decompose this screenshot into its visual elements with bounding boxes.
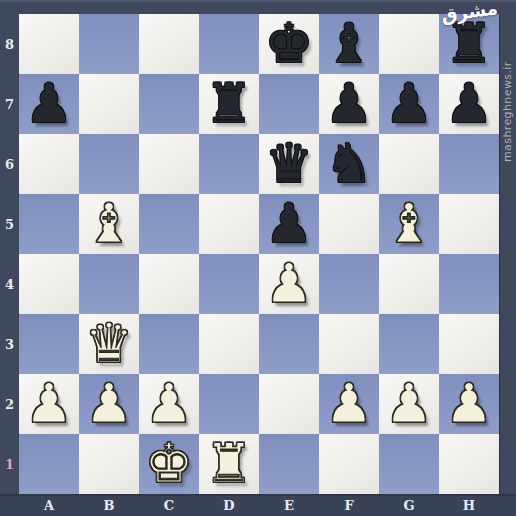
square-a2[interactable]: ♟ — [19, 374, 79, 434]
white-pawn-e4[interactable]: ♟ — [259, 254, 319, 314]
square-c8[interactable] — [139, 14, 199, 74]
square-f5[interactable] — [319, 194, 379, 254]
black-king-e8[interactable]: ♚ — [259, 14, 319, 74]
black-queen-e6[interactable]: ♛ — [259, 134, 319, 194]
square-h3[interactable] — [439, 314, 499, 374]
square-c5[interactable] — [139, 194, 199, 254]
rank-label-8: 8 — [0, 14, 19, 74]
square-f4[interactable] — [319, 254, 379, 314]
square-e6[interactable]: ♛ — [259, 134, 319, 194]
square-b2[interactable]: ♟ — [79, 374, 139, 434]
file-label-f: F — [319, 494, 379, 516]
square-d5[interactable] — [199, 194, 259, 254]
square-e3[interactable] — [259, 314, 319, 374]
white-pawn-b2[interactable]: ♟ — [79, 374, 139, 434]
rank-label-5: 5 — [0, 194, 19, 254]
square-a1[interactable] — [19, 434, 79, 494]
file-label-e: E — [259, 494, 319, 516]
white-bishop-g5[interactable]: ♝ — [379, 194, 439, 254]
square-h6[interactable] — [439, 134, 499, 194]
square-c4[interactable] — [139, 254, 199, 314]
square-d6[interactable] — [199, 134, 259, 194]
square-b5[interactable]: ♝ — [79, 194, 139, 254]
rank-label-1: 1 — [0, 434, 19, 494]
square-a8[interactable] — [19, 14, 79, 74]
white-pawn-f2[interactable]: ♟ — [319, 374, 379, 434]
square-e2[interactable] — [259, 374, 319, 434]
square-e7[interactable] — [259, 74, 319, 134]
white-king-c1[interactable]: ♚ — [139, 434, 199, 494]
square-d4[interactable] — [199, 254, 259, 314]
white-pawn-c2[interactable]: ♟ — [139, 374, 199, 434]
rank-label-4: 4 — [0, 254, 19, 314]
square-g2[interactable]: ♟ — [379, 374, 439, 434]
black-pawn-g7[interactable]: ♟ — [379, 74, 439, 134]
square-c2[interactable]: ♟ — [139, 374, 199, 434]
square-a6[interactable] — [19, 134, 79, 194]
rank-label-2: 2 — [0, 374, 19, 434]
square-g4[interactable] — [379, 254, 439, 314]
square-h2[interactable]: ♟ — [439, 374, 499, 434]
square-e5[interactable]: ♟ — [259, 194, 319, 254]
file-label-g: G — [379, 494, 439, 516]
square-h7[interactable]: ♟ — [439, 74, 499, 134]
square-g3[interactable] — [379, 314, 439, 374]
black-pawn-f7[interactable]: ♟ — [319, 74, 379, 134]
chess-board: ♚♝♜♟♜♟♟♟♛♞♝♟♝♟♛♟♟♟♟♟♟♚♜ — [19, 14, 500, 495]
square-b8[interactable] — [79, 14, 139, 74]
white-queen-b3[interactable]: ♛ — [79, 314, 139, 374]
square-g7[interactable]: ♟ — [379, 74, 439, 134]
square-e4[interactable]: ♟ — [259, 254, 319, 314]
black-knight-f6[interactable]: ♞ — [319, 134, 379, 194]
square-g1[interactable] — [379, 434, 439, 494]
square-b1[interactable] — [79, 434, 139, 494]
square-f7[interactable]: ♟ — [319, 74, 379, 134]
black-pawn-e5[interactable]: ♟ — [259, 194, 319, 254]
square-c3[interactable] — [139, 314, 199, 374]
square-a5[interactable] — [19, 194, 79, 254]
chessboard-frame: مشرق mashreghnews.ir ♚♝♜♟♜♟♟♟♛♞♝♟♝♟♛♟♟♟♟… — [0, 0, 516, 516]
square-d8[interactable] — [199, 14, 259, 74]
square-e1[interactable] — [259, 434, 319, 494]
black-pawn-h7[interactable]: ♟ — [439, 74, 499, 134]
black-bishop-f8[interactable]: ♝ — [319, 14, 379, 74]
square-a7[interactable]: ♟ — [19, 74, 79, 134]
square-c1[interactable]: ♚ — [139, 434, 199, 494]
square-b3[interactable]: ♛ — [79, 314, 139, 374]
square-d7[interactable]: ♜ — [199, 74, 259, 134]
square-g6[interactable] — [379, 134, 439, 194]
square-c6[interactable] — [139, 134, 199, 194]
square-f2[interactable]: ♟ — [319, 374, 379, 434]
white-pawn-g2[interactable]: ♟ — [379, 374, 439, 434]
rank-label-6: 6 — [0, 134, 19, 194]
black-pawn-a7[interactable]: ♟ — [19, 74, 79, 134]
file-label-a: A — [19, 494, 79, 516]
square-d3[interactable] — [199, 314, 259, 374]
square-a3[interactable] — [19, 314, 79, 374]
square-e8[interactable]: ♚ — [259, 14, 319, 74]
square-a4[interactable] — [19, 254, 79, 314]
square-c7[interactable] — [139, 74, 199, 134]
file-label-c: C — [139, 494, 199, 516]
square-h1[interactable] — [439, 434, 499, 494]
rank-label-7: 7 — [0, 74, 19, 134]
square-d2[interactable] — [199, 374, 259, 434]
square-b6[interactable] — [79, 134, 139, 194]
black-rook-d7[interactable]: ♜ — [199, 74, 259, 134]
square-h4[interactable] — [439, 254, 499, 314]
watermark-url: mashreghnews.ir — [499, 8, 516, 216]
white-pawn-h2[interactable]: ♟ — [439, 374, 499, 434]
square-g8[interactable] — [379, 14, 439, 74]
square-f6[interactable]: ♞ — [319, 134, 379, 194]
white-pawn-a2[interactable]: ♟ — [19, 374, 79, 434]
file-label-d: D — [199, 494, 259, 516]
square-h5[interactable] — [439, 194, 499, 254]
square-g5[interactable]: ♝ — [379, 194, 439, 254]
file-label-h: H — [439, 494, 499, 516]
white-bishop-b5[interactable]: ♝ — [79, 194, 139, 254]
square-f8[interactable]: ♝ — [319, 14, 379, 74]
square-b4[interactable] — [79, 254, 139, 314]
square-b7[interactable] — [79, 74, 139, 134]
square-d1[interactable]: ♜ — [199, 434, 259, 494]
square-f3[interactable] — [319, 314, 379, 374]
file-label-b: B — [79, 494, 139, 516]
rank-label-3: 3 — [0, 314, 19, 374]
square-f1[interactable] — [319, 434, 379, 494]
white-rook-d1[interactable]: ♜ — [199, 434, 259, 494]
